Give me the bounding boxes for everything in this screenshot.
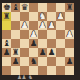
square-c2[interactable] bbox=[20, 57, 29, 66]
black-knight[interactable]: ♞ bbox=[30, 57, 38, 66]
square-f4[interactable] bbox=[47, 39, 56, 48]
square-e7[interactable]: ♞ bbox=[38, 12, 47, 21]
square-e1[interactable] bbox=[38, 66, 47, 75]
square-b2[interactable]: ♟ bbox=[11, 57, 20, 66]
white-pawn[interactable]: ♟ bbox=[39, 21, 47, 30]
square-a8[interactable]: ♚ bbox=[2, 3, 11, 12]
square-h4[interactable] bbox=[65, 39, 74, 48]
square-c4[interactable] bbox=[20, 39, 29, 48]
square-b6[interactable] bbox=[11, 21, 20, 30]
square-e5[interactable] bbox=[38, 30, 47, 39]
black-bishop[interactable]: ♝ bbox=[12, 3, 20, 12]
square-b5[interactable] bbox=[11, 30, 20, 39]
square-b7[interactable] bbox=[11, 12, 20, 21]
square-g7[interactable]: ♟ bbox=[56, 12, 65, 21]
black-pawn[interactable]: ♟ bbox=[48, 48, 56, 57]
square-g2[interactable] bbox=[56, 57, 65, 66]
square-a7[interactable]: ♜ bbox=[2, 12, 11, 21]
black-queen[interactable]: ♛ bbox=[21, 3, 29, 12]
black-rook[interactable]: ♜ bbox=[3, 12, 11, 21]
square-c7[interactable] bbox=[20, 12, 29, 21]
square-a3[interactable]: ♟ bbox=[2, 48, 11, 57]
square-a6[interactable] bbox=[2, 21, 11, 30]
white-pawn[interactable]: ♟ bbox=[30, 30, 38, 39]
square-c3[interactable] bbox=[20, 48, 29, 57]
square-a4[interactable]: ♝ bbox=[2, 39, 11, 48]
square-d4[interactable]: ♟ bbox=[29, 39, 38, 48]
square-f6[interactable]: ♟ bbox=[47, 21, 56, 30]
square-c5[interactable] bbox=[20, 30, 29, 39]
square-e6[interactable]: ♟ bbox=[38, 21, 47, 30]
square-h5[interactable]: ♟ bbox=[65, 30, 74, 39]
white-pawn[interactable]: ♟ bbox=[48, 21, 56, 30]
square-e2[interactable] bbox=[38, 57, 47, 66]
chess-app-background: ♚♝♛♜♜♞♟♟♟♟♟♟♝♟♟♜♟♟♟♞♟ ♟♟ ♞ bbox=[0, 0, 80, 80]
square-d3[interactable] bbox=[29, 48, 38, 57]
square-e4[interactable] bbox=[38, 39, 47, 48]
square-a1[interactable] bbox=[2, 66, 11, 75]
black-bishop[interactable]: ♝ bbox=[3, 39, 11, 48]
captured-pieces-tray: ♟♟ ♞ bbox=[17, 74, 32, 80]
black-rook[interactable]: ♜ bbox=[66, 3, 74, 12]
black-pawn[interactable]: ♟ bbox=[3, 48, 11, 57]
white-knight[interactable]: ♞ bbox=[39, 12, 47, 21]
captured-pawns-icon: ♟♟ bbox=[17, 74, 26, 80]
captured-knight-icon: ♞ bbox=[28, 74, 32, 80]
white-pawn[interactable]: ♟ bbox=[57, 12, 65, 21]
square-g8[interactable] bbox=[56, 3, 65, 12]
square-b8[interactable]: ♝ bbox=[11, 3, 20, 12]
square-f5[interactable] bbox=[47, 30, 56, 39]
black-king[interactable]: ♚ bbox=[3, 3, 11, 12]
square-g3[interactable] bbox=[56, 48, 65, 57]
square-h2[interactable]: ♟ bbox=[65, 57, 74, 66]
chess-board: ♚♝♛♜♜♞♟♟♟♟♟♟♝♟♟♜♟♟♟♞♟ bbox=[2, 3, 74, 75]
square-c8[interactable]: ♛ bbox=[20, 3, 29, 12]
square-g4[interactable] bbox=[56, 39, 65, 48]
white-pawn[interactable]: ♟ bbox=[21, 21, 29, 30]
square-h1[interactable] bbox=[65, 66, 74, 75]
black-pawn[interactable]: ♟ bbox=[30, 39, 38, 48]
square-h6[interactable] bbox=[65, 21, 74, 30]
square-d6[interactable] bbox=[29, 21, 38, 30]
black-pawn[interactable]: ♟ bbox=[39, 48, 47, 57]
square-g6[interactable] bbox=[56, 21, 65, 30]
square-b3[interactable]: ♜ bbox=[11, 48, 20, 57]
square-a2[interactable] bbox=[2, 57, 11, 66]
square-e8[interactable] bbox=[38, 3, 47, 12]
square-d7[interactable] bbox=[29, 12, 38, 21]
square-b4[interactable] bbox=[11, 39, 20, 48]
square-h7[interactable] bbox=[65, 12, 74, 21]
square-f7[interactable] bbox=[47, 12, 56, 21]
black-pawn[interactable]: ♟ bbox=[12, 57, 20, 66]
black-rook[interactable]: ♜ bbox=[12, 48, 20, 57]
square-f8[interactable] bbox=[47, 3, 56, 12]
square-f2[interactable] bbox=[47, 57, 56, 66]
square-d2[interactable]: ♞ bbox=[29, 57, 38, 66]
square-d8[interactable] bbox=[29, 3, 38, 12]
square-c6[interactable]: ♟ bbox=[20, 21, 29, 30]
square-h8[interactable]: ♜ bbox=[65, 3, 74, 12]
square-f1[interactable] bbox=[47, 66, 56, 75]
square-g1[interactable] bbox=[56, 66, 65, 75]
square-g5[interactable] bbox=[56, 30, 65, 39]
square-d5[interactable]: ♟ bbox=[29, 30, 38, 39]
square-e3[interactable]: ♟ bbox=[38, 48, 47, 57]
black-pawn[interactable]: ♟ bbox=[66, 57, 74, 66]
square-f3[interactable]: ♟ bbox=[47, 48, 56, 57]
square-a5[interactable] bbox=[2, 30, 11, 39]
square-h3[interactable] bbox=[65, 48, 74, 57]
white-pawn[interactable]: ♟ bbox=[66, 30, 74, 39]
